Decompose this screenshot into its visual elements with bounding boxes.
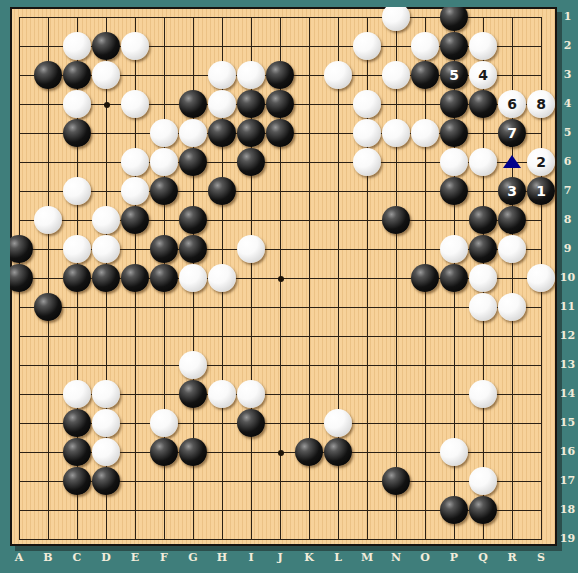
row-label: 16: [558, 444, 577, 460]
stone-white[interactable]: [179, 351, 207, 379]
stone-white[interactable]: [237, 235, 265, 263]
stone-black[interactable]: [34, 61, 62, 89]
stone-black[interactable]: [92, 264, 120, 292]
stone-white[interactable]: 4: [469, 61, 497, 89]
move-number: 1: [536, 184, 546, 198]
row-label: 6: [558, 154, 577, 170]
stone-black[interactable]: [121, 206, 149, 234]
stone-black[interactable]: [382, 206, 410, 234]
stone-white[interactable]: [440, 438, 468, 466]
goban[interactable]: 54687231: [10, 7, 557, 546]
stone-white[interactable]: 2: [527, 148, 555, 176]
goban-app: 54687231 ABCDEFGHIJKLMNOPQRS123456789101…: [0, 0, 578, 573]
column-label: D: [95, 550, 117, 566]
stone-white[interactable]: [63, 177, 91, 205]
stone-white[interactable]: [382, 7, 410, 31]
stone-black[interactable]: [121, 264, 149, 292]
stone-black[interactable]: 7: [498, 119, 526, 147]
stone-white[interactable]: [92, 380, 120, 408]
stone-white[interactable]: [92, 206, 120, 234]
stone-black[interactable]: [498, 206, 526, 234]
row-label: 9: [558, 241, 577, 257]
row-label: 3: [558, 67, 577, 83]
stone-white[interactable]: [92, 438, 120, 466]
column-label: G: [182, 550, 204, 566]
stone-black[interactable]: [411, 264, 439, 292]
stone-white[interactable]: [208, 264, 236, 292]
stone-white[interactable]: 8: [527, 90, 555, 118]
row-label: 4: [558, 96, 577, 112]
column-label: H: [211, 550, 233, 566]
stone-black[interactable]: [469, 90, 497, 118]
row-label: 13: [558, 357, 577, 373]
stone-black[interactable]: [208, 177, 236, 205]
stone-black[interactable]: [469, 206, 497, 234]
stone-black[interactable]: [440, 90, 468, 118]
stone-white[interactable]: [469, 32, 497, 60]
stone-black[interactable]: [63, 264, 91, 292]
row-label: 18: [558, 502, 577, 518]
stone-white[interactable]: [179, 119, 207, 147]
row-label: 19: [558, 531, 577, 547]
stone-white[interactable]: [208, 90, 236, 118]
stone-black[interactable]: [208, 119, 236, 147]
stone-black[interactable]: [179, 235, 207, 263]
column-label: S: [530, 550, 552, 566]
stone-white[interactable]: [527, 264, 555, 292]
grid-line: [19, 539, 542, 540]
column-label: K: [298, 550, 320, 566]
stone-white[interactable]: [411, 119, 439, 147]
star-point: [104, 102, 110, 108]
stone-black[interactable]: [411, 61, 439, 89]
stone-black[interactable]: [440, 32, 468, 60]
move-number: 8: [536, 97, 546, 111]
move-number: 7: [507, 126, 517, 140]
stone-black[interactable]: [10, 264, 33, 292]
stone-black[interactable]: [295, 438, 323, 466]
move-number: 4: [478, 68, 488, 82]
stone-black[interactable]: [440, 119, 468, 147]
column-label: C: [66, 550, 88, 566]
grid-line: [19, 336, 542, 337]
column-label: O: [414, 550, 436, 566]
stone-white[interactable]: [63, 380, 91, 408]
row-label: 11: [558, 299, 577, 315]
move-number: 5: [449, 68, 459, 82]
stone-white[interactable]: [353, 119, 381, 147]
stone-black[interactable]: [440, 177, 468, 205]
stone-black[interactable]: 3: [498, 177, 526, 205]
row-label: 10: [558, 270, 577, 286]
stone-white[interactable]: [324, 61, 352, 89]
column-label: L: [327, 550, 349, 566]
stone-white[interactable]: [150, 119, 178, 147]
stone-white[interactable]: [121, 148, 149, 176]
stone-black[interactable]: [179, 380, 207, 408]
row-label: 15: [558, 415, 577, 431]
stone-black[interactable]: [92, 32, 120, 60]
column-label: J: [269, 550, 291, 566]
stone-white[interactable]: [92, 235, 120, 263]
row-label: 12: [558, 328, 577, 344]
stone-white[interactable]: [150, 409, 178, 437]
stone-white[interactable]: [121, 90, 149, 118]
stone-black[interactable]: [469, 235, 497, 263]
row-label: 14: [558, 386, 577, 402]
triangle-marker[interactable]: [503, 155, 521, 168]
stone-white[interactable]: [440, 235, 468, 263]
stone-black[interactable]: [469, 496, 497, 524]
column-label: A: [8, 550, 30, 566]
stone-black[interactable]: [63, 438, 91, 466]
stone-white[interactable]: [92, 409, 120, 437]
stone-black[interactable]: [150, 264, 178, 292]
stone-white[interactable]: [237, 61, 265, 89]
stone-white[interactable]: [440, 148, 468, 176]
stone-black[interactable]: [150, 177, 178, 205]
stone-white[interactable]: [469, 380, 497, 408]
stone-white[interactable]: 6: [498, 90, 526, 118]
stone-black[interactable]: [179, 148, 207, 176]
stone-black[interactable]: [34, 293, 62, 321]
stone-white[interactable]: [92, 61, 120, 89]
stone-white[interactable]: [63, 235, 91, 263]
move-number: 3: [507, 184, 517, 198]
stone-white[interactable]: [208, 61, 236, 89]
stone-white[interactable]: [498, 235, 526, 263]
stone-black[interactable]: [63, 119, 91, 147]
stone-black[interactable]: [150, 438, 178, 466]
stone-white[interactable]: [353, 32, 381, 60]
stone-white[interactable]: [208, 380, 236, 408]
stone-white[interactable]: [353, 148, 381, 176]
column-label: Q: [472, 550, 494, 566]
stone-black[interactable]: [266, 61, 294, 89]
stone-white[interactable]: [150, 148, 178, 176]
stone-white[interactable]: [353, 90, 381, 118]
stone-white[interactable]: [411, 32, 439, 60]
column-label: N: [385, 550, 407, 566]
row-label: 7: [558, 183, 577, 199]
stone-black[interactable]: [237, 90, 265, 118]
stone-white[interactable]: [469, 293, 497, 321]
star-point: [278, 276, 284, 282]
stone-black[interactable]: [63, 61, 91, 89]
stone-white[interactable]: [469, 264, 497, 292]
stone-white[interactable]: [63, 32, 91, 60]
stone-white[interactable]: [121, 32, 149, 60]
stone-black[interactable]: [179, 438, 207, 466]
column-label: M: [356, 550, 378, 566]
stone-black[interactable]: 1: [527, 177, 555, 205]
stone-white[interactable]: [498, 293, 526, 321]
column-label: B: [37, 550, 59, 566]
row-label: 1: [558, 9, 577, 25]
stone-black[interactable]: [440, 7, 468, 31]
stone-white[interactable]: [63, 90, 91, 118]
grid-line: [19, 365, 542, 366]
row-label: 2: [558, 38, 577, 54]
column-label: F: [153, 550, 175, 566]
stone-black[interactable]: [324, 438, 352, 466]
stone-black[interactable]: [440, 496, 468, 524]
stone-black[interactable]: [237, 409, 265, 437]
stone-black[interactable]: [63, 467, 91, 495]
move-number: 6: [507, 97, 517, 111]
star-point: [278, 450, 284, 456]
column-label: P: [443, 550, 465, 566]
column-label: E: [124, 550, 146, 566]
stone-black[interactable]: [237, 148, 265, 176]
stone-black[interactable]: [179, 206, 207, 234]
stone-black[interactable]: [10, 235, 33, 263]
stone-black[interactable]: [237, 119, 265, 147]
stone-white[interactable]: [324, 409, 352, 437]
row-label: 5: [558, 125, 577, 141]
stone-black[interactable]: [266, 119, 294, 147]
column-label: R: [501, 550, 523, 566]
stone-white[interactable]: [34, 206, 62, 234]
stone-white[interactable]: [121, 177, 149, 205]
stone-white[interactable]: [469, 467, 497, 495]
stone-black[interactable]: [440, 264, 468, 292]
stone-white[interactable]: [237, 380, 265, 408]
stone-black[interactable]: [150, 235, 178, 263]
row-label: 17: [558, 473, 577, 489]
grid-line: [396, 17, 397, 540]
stone-black[interactable]: [266, 90, 294, 118]
stone-black[interactable]: [382, 467, 410, 495]
move-number: 2: [536, 155, 546, 169]
stone-white[interactable]: [469, 148, 497, 176]
stone-black[interactable]: 5: [440, 61, 468, 89]
stone-white[interactable]: [179, 264, 207, 292]
stone-black[interactable]: [92, 467, 120, 495]
stone-white[interactable]: [382, 61, 410, 89]
stone-black[interactable]: [63, 409, 91, 437]
grid-line: [19, 307, 542, 308]
stone-white[interactable]: [382, 119, 410, 147]
row-label: 8: [558, 212, 577, 228]
column-label: I: [240, 550, 262, 566]
stone-black[interactable]: [179, 90, 207, 118]
